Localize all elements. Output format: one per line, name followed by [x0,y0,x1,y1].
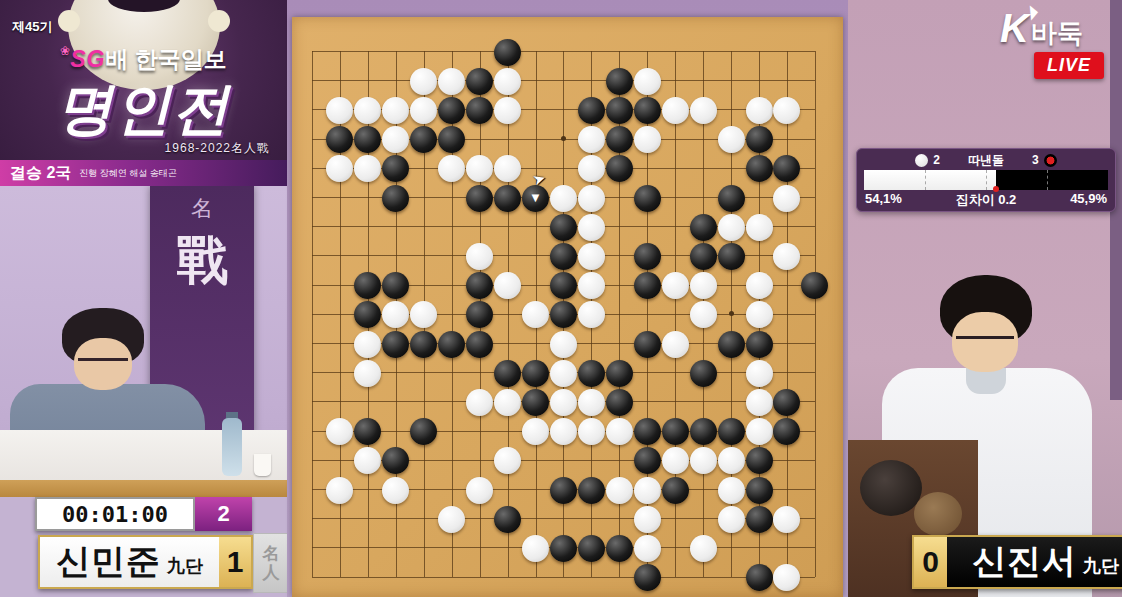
stone-black [773,418,800,445]
board-zone: ▼➤ [287,0,848,597]
stone-white [662,331,689,358]
stone-black [606,126,633,153]
stone-white [550,331,577,358]
winrate-tick-25 [925,170,926,190]
white-stone-icon [915,154,928,167]
player-right-glasses [956,336,1014,350]
player-left-glasses [78,358,128,371]
stone-black [382,272,409,299]
stone-white [746,97,773,124]
stone-white [578,389,605,416]
stone-black [801,272,828,299]
stone-black [550,477,577,504]
stone-black [634,97,661,124]
stone-white [690,97,717,124]
stone-white [550,360,577,387]
winrate-tick-50 [986,170,987,190]
broadcast-screen: 제45기 ❀SG배 한국일보 명인전 1968-2022名人戰 결승 2국 진행… [0,0,1122,597]
stone-white [550,389,577,416]
stone-white [326,418,353,445]
match-info-bar: 결승 2국 진행 장혜연 해설 송태곤 [0,160,287,186]
stone-white [494,389,521,416]
right-nameplate: 0 신진서 九단 [912,535,1122,589]
stone-white [550,185,577,212]
table-goban-edge [0,480,287,497]
stone-white [662,272,689,299]
live-badge: LIVE [1034,52,1104,79]
stone-black [578,97,605,124]
stone-white [382,477,409,504]
stone-white [746,214,773,241]
stone-black [690,243,717,270]
stone-white [746,301,773,328]
stone-white [494,155,521,182]
stone-white [466,243,493,270]
stone-white [410,68,437,95]
white-winrate: 54,1% [865,191,902,209]
stone-black [690,418,717,445]
stone-white [690,447,717,474]
stone-white [326,97,353,124]
stone-black [354,272,381,299]
broadcast-staff: 진행 장혜연 해설 송태곤 [79,167,177,180]
stone-white [578,418,605,445]
stone-black [382,331,409,358]
stone-black [466,68,493,95]
stone-black [466,185,493,212]
black-stone-icon [1044,154,1057,167]
stone-black [718,185,745,212]
captures-row: 2 따낸돌 3 [857,152,1115,168]
stone-black [578,477,605,504]
stone-black [606,68,633,95]
star-point [561,136,566,141]
stone-bowl-lid [914,492,962,536]
stone-black [494,185,521,212]
left-captures-count: 2 [195,497,252,531]
stone-black [606,360,633,387]
stone-black [773,155,800,182]
stone-white [326,477,353,504]
stone-black [550,272,577,299]
tournament-header: 제45기 ❀SG배 한국일보 명인전 1968-2022名人戰 [0,0,287,160]
stone-black [578,360,605,387]
stone-white [354,360,381,387]
stone-white [718,506,745,533]
stone-black [578,535,605,562]
channel-logo: K◥바둑 [1000,6,1120,50]
stone-white [494,447,521,474]
stone-white [494,97,521,124]
right-player-name-box: 신진서 九단 [947,537,1122,587]
captures-label: 따낸돌 [968,152,1004,169]
match-round: 결승 2국 [10,163,71,184]
stone-black [662,418,689,445]
stone-white [522,301,549,328]
stone-white [354,97,381,124]
stone-black [494,39,521,66]
stone-white [522,418,549,445]
winrate-values: 54,1% 집차이 0.2 45,9% [857,191,1115,209]
winrate-bar [864,170,1108,190]
stone-black [466,272,493,299]
stone-black [773,389,800,416]
stone-white [354,331,381,358]
stone-black [746,506,773,533]
stone-white [718,214,745,241]
badge-char: 名 [263,544,280,563]
stone-black [718,418,745,445]
stone-white [718,477,745,504]
stone-white [690,272,717,299]
left-player-name-box: 신민준 九단 [40,537,219,587]
stone-black [690,214,717,241]
right-player-score: 0 [914,537,947,587]
water-bottle [222,418,242,476]
butterfly-icon: ❀ [60,44,70,58]
banner-character: 戰 [150,226,254,296]
tournament-title: 명인전 [0,72,287,148]
stone-black [718,243,745,270]
stone-white [634,477,661,504]
stone-black [354,301,381,328]
cup-title-rest: 배 한국일보 [105,46,226,72]
stone-black [746,564,773,591]
stone-white [606,477,633,504]
stone-white [634,126,661,153]
stone-black [746,477,773,504]
stone-white [773,506,800,533]
black-captures: 3 [1032,153,1039,167]
logo-text: 바둑 [1031,18,1083,48]
stone-black [690,360,717,387]
stone-black [382,447,409,474]
stone-white [550,418,577,445]
stone-white [438,506,465,533]
stone-black [606,97,633,124]
stone-white [578,301,605,328]
left-player-name: 신민준 [56,539,161,585]
stone-white [578,243,605,270]
right-panel: K◥바둑 LIVE 2 따낸돌 3 54,1% 집차이 0.2 45,9% [848,0,1122,597]
left-player-rank: 九단 [167,554,203,578]
stone-white [354,155,381,182]
stone-white [382,126,409,153]
stone-black [522,389,549,416]
left-panel: 제45기 ❀SG배 한국일보 명인전 1968-2022名人戰 결승 2국 진행… [0,0,287,597]
trophy-handle-left [58,10,80,32]
stone-black [382,185,409,212]
stone-black [466,301,493,328]
stone-white [578,126,605,153]
stone-black [634,243,661,270]
stone-white [438,155,465,182]
stone-white [578,214,605,241]
badge-char: 人 [263,563,280,582]
stone-white [578,155,605,182]
stone-white [634,535,661,562]
stone-white [522,535,549,562]
stone-white [773,564,800,591]
stone-black [550,214,577,241]
stone-black [746,126,773,153]
stone-white [634,68,661,95]
left-clock-bar: 00:01:00 2 [35,497,252,531]
stone-white [382,97,409,124]
player-photo-left: 名 戰 [0,186,287,497]
stone-black [606,389,633,416]
stone-black [634,447,661,474]
stone-black [746,155,773,182]
stone-black [634,272,661,299]
stone-white [410,301,437,328]
stone-white [718,447,745,474]
stone-black [438,97,465,124]
stone-white [494,272,521,299]
stone-black [550,535,577,562]
stone-black [410,331,437,358]
stone-black [438,126,465,153]
stone-black [522,360,549,387]
left-myeongin-badge: 名人 [253,533,289,593]
left-nameplate: 신민준 九단 1 [38,535,253,589]
stone-black [718,331,745,358]
stone-black [382,155,409,182]
white-captures: 2 [933,153,940,167]
stone-bowl-black [860,460,922,516]
stone-black [494,360,521,387]
stone-white [466,155,493,182]
stone-white [690,301,717,328]
last-move-marker: ▼ [522,191,549,204]
stone-black [494,506,521,533]
stone-black [634,418,661,445]
stone-white [773,185,800,212]
stone-white [746,418,773,445]
grid-line-v [787,51,788,577]
stone-white [578,185,605,212]
stone-black [466,331,493,358]
stone-black [634,564,661,591]
grid-line-v [815,51,816,577]
left-player-score: 1 [219,537,251,587]
winrate-panel: 2 따낸돌 3 54,1% 집차이 0.2 45,9% [856,148,1116,212]
stone-black [410,418,437,445]
stone-black [550,301,577,328]
stone-black [550,243,577,270]
stone-black [410,126,437,153]
stone-black [746,331,773,358]
stone-white [773,97,800,124]
stone-white [746,272,773,299]
go-board: ▼➤ [292,17,843,597]
stone-white [354,447,381,474]
stone-white [634,506,661,533]
stone-white [438,68,465,95]
score-diff: 집차이 0.2 [956,191,1017,209]
stone-white [662,447,689,474]
right-player-name: 신진서 [972,539,1077,585]
stone-white [718,126,745,153]
stone-white [746,389,773,416]
grid-line-h [312,577,815,578]
right-player-rank: 九단 [1083,554,1119,578]
stone-white [690,535,717,562]
stone-black [662,477,689,504]
stone-black [466,97,493,124]
trophy-handle-right [208,10,230,32]
stone-black [606,535,633,562]
black-winrate: 45,9% [1070,191,1107,209]
stone-white [773,243,800,270]
stone-black [354,126,381,153]
winrate-tick-75 [1047,170,1048,190]
stone-white [410,97,437,124]
stone-white [606,418,633,445]
sg-logo: SG [70,46,105,72]
stone-black [634,185,661,212]
stone-white [662,97,689,124]
stone-black [606,155,633,182]
stone-black [634,331,661,358]
stone-white [494,68,521,95]
winrate-white-fill [864,170,996,190]
banner-character-small: 名 [150,194,254,224]
stone-white [466,477,493,504]
left-clock: 00:01:00 [35,497,195,531]
tournament-years: 1968-2022名人戰 [0,140,270,157]
stone-black [354,418,381,445]
cup-title: ❀SG배 한국일보 [0,44,287,75]
stone-black [746,447,773,474]
stone-white [326,155,353,182]
star-point [729,311,734,316]
stone-white [746,360,773,387]
paper-cup [254,454,271,476]
stone-white [578,272,605,299]
season-label: 제45기 [12,18,52,36]
stone-white [466,389,493,416]
stone-white [382,301,409,328]
stone-black [326,126,353,153]
stone-black [438,331,465,358]
